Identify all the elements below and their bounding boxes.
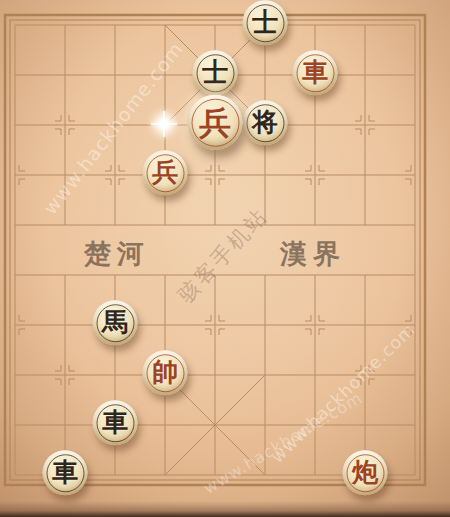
piece-character: 兵 — [152, 160, 178, 186]
piece-character: 士 — [252, 10, 278, 36]
xiangqi-board-screen: 楚河 漢界 士士車兵将兵馬帥車車炮 www.hackhome.com 骇客手机站… — [0, 0, 450, 517]
piece-black-rook-1[interactable]: 車 — [93, 400, 138, 445]
piece-character: 車 — [102, 410, 128, 436]
piece-character: 馬 — [102, 310, 128, 336]
piece-red-cannon[interactable]: 炮 — [343, 450, 388, 495]
piece-character: 帥 — [152, 360, 178, 386]
pieces-layer: 士士車兵将兵馬帥車車炮 — [0, 0, 450, 517]
piece-character: 将 — [252, 110, 278, 136]
piece-character: 炮 — [352, 460, 378, 486]
piece-character: 車 — [52, 460, 78, 486]
piece-black-general[interactable]: 将 — [243, 100, 288, 145]
piece-red-general[interactable]: 帥 — [143, 350, 188, 395]
piece-red-soldier-2[interactable]: 兵 — [143, 150, 188, 195]
piece-black-advisor-1[interactable]: 士 — [243, 0, 288, 45]
piece-black-advisor-2[interactable]: 士 — [193, 50, 238, 95]
piece-character: 車 — [302, 60, 328, 86]
piece-black-rook-2[interactable]: 車 — [43, 450, 88, 495]
piece-red-rook[interactable]: 車 — [293, 50, 338, 95]
piece-black-horse[interactable]: 馬 — [93, 300, 138, 345]
piece-red-soldier-1[interactable]: 兵 — [188, 95, 243, 150]
piece-character: 兵 — [199, 106, 231, 138]
piece-character: 士 — [202, 60, 228, 86]
